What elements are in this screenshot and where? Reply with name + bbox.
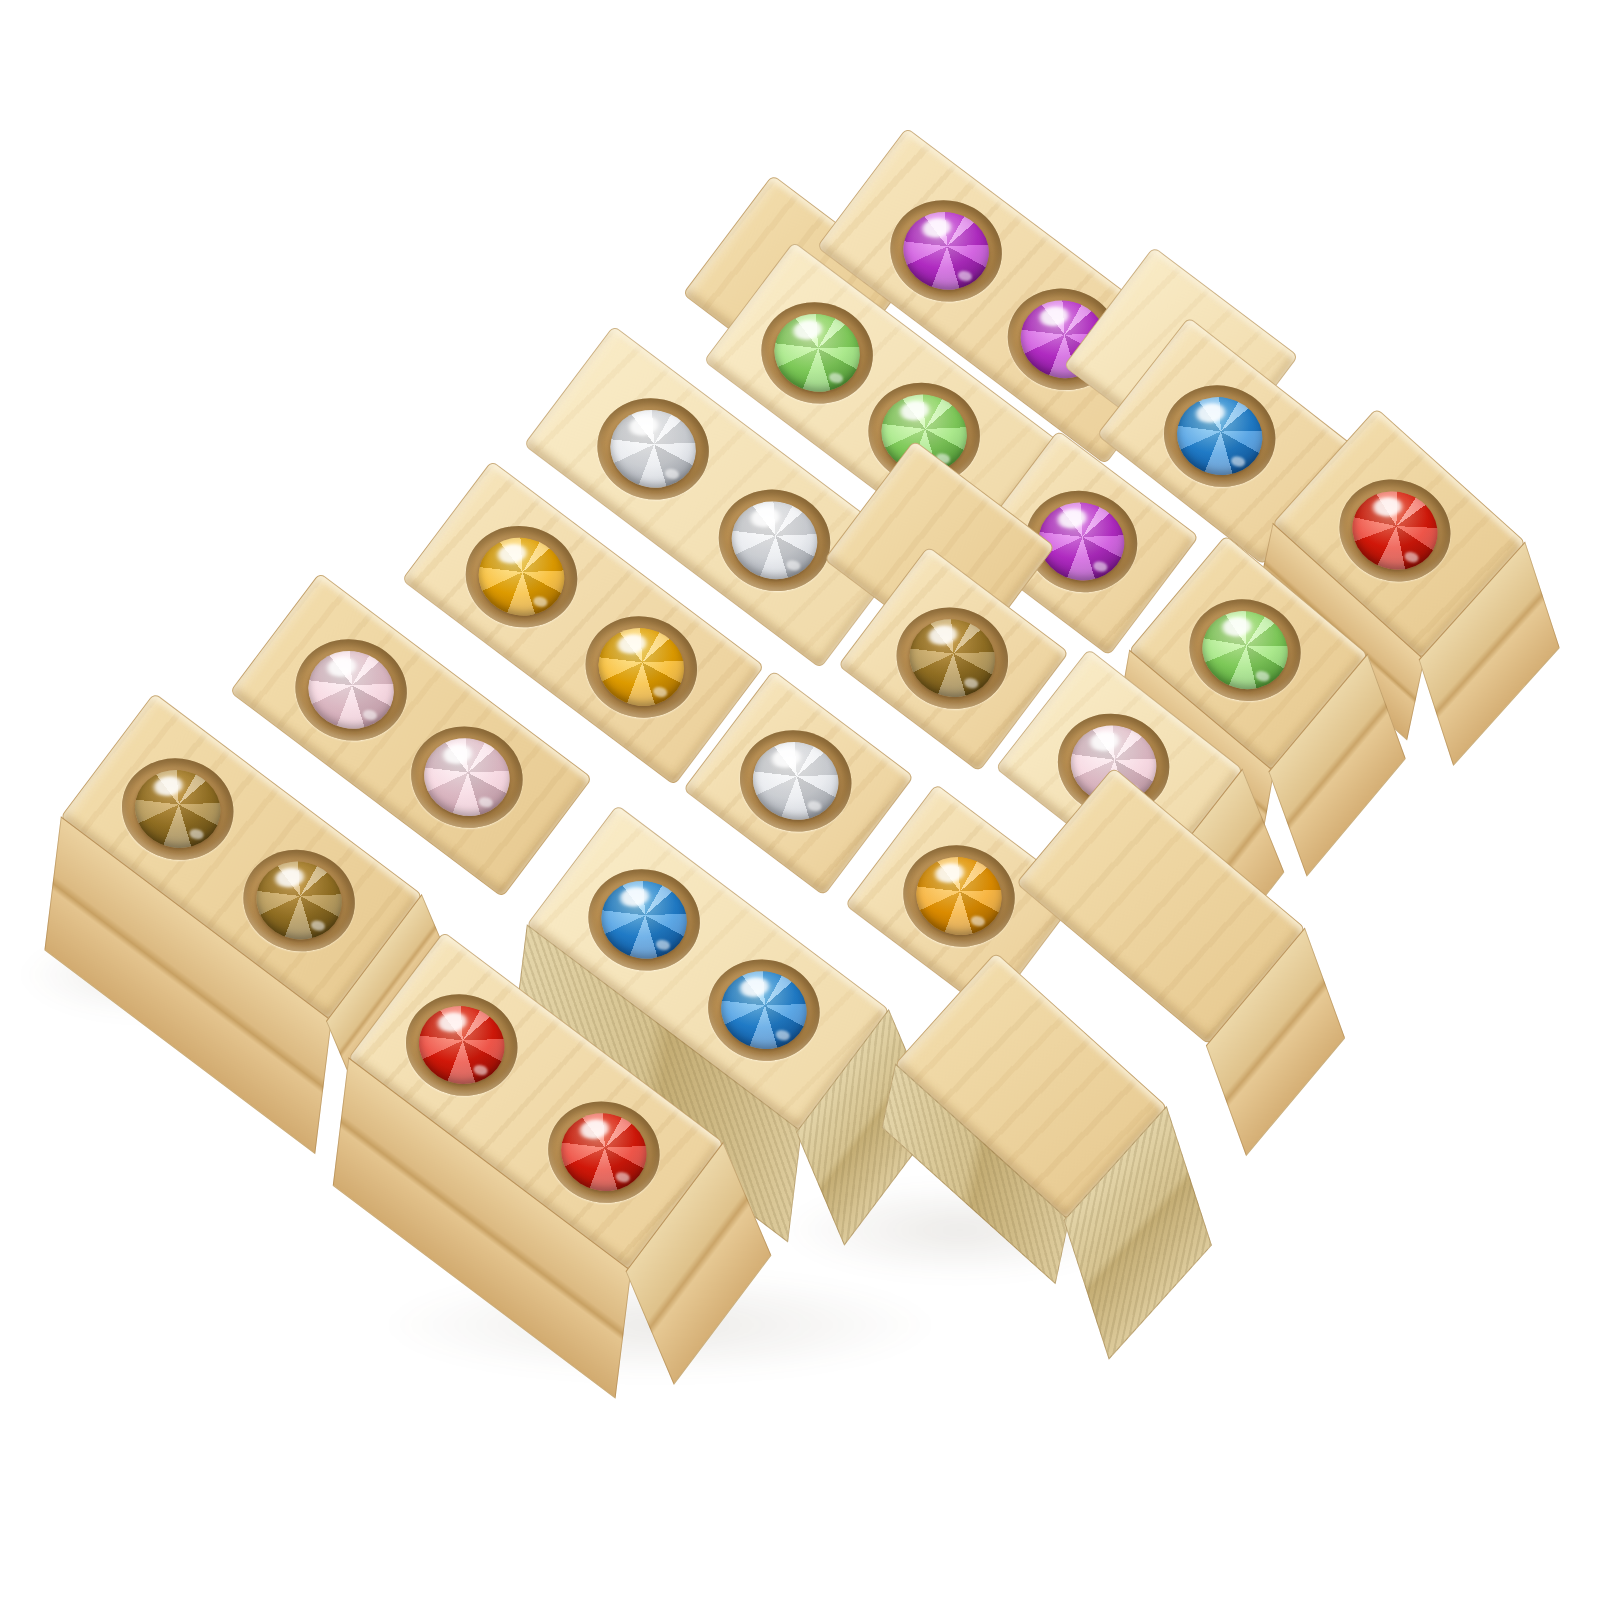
block-red-corner-end-face xyxy=(1419,541,1560,766)
filler-right-front-end-face xyxy=(1206,927,1345,1156)
gem-blue xyxy=(1169,388,1271,484)
blocks-scene xyxy=(0,0,1600,1600)
gem-amber xyxy=(127,760,228,855)
gem-white xyxy=(744,733,845,828)
gem-hole xyxy=(1326,464,1464,594)
gem-pink xyxy=(416,730,517,825)
gem-pink xyxy=(300,642,401,737)
gem-hole xyxy=(285,628,417,751)
gem-hole xyxy=(396,983,528,1106)
gem-hole xyxy=(1176,586,1311,714)
gem-hole xyxy=(729,719,861,842)
filler-front-end-end-face xyxy=(1064,1106,1212,1360)
gem-blue xyxy=(713,963,814,1058)
gem-hole xyxy=(401,715,533,838)
gem-blue xyxy=(594,872,695,967)
gem-amber xyxy=(248,852,349,947)
gem-red xyxy=(1342,480,1448,580)
gem-hole xyxy=(751,291,883,414)
gem-hole xyxy=(1153,374,1286,499)
gem-hole xyxy=(233,838,365,961)
gem-white xyxy=(724,493,825,588)
gem-green xyxy=(767,305,868,400)
gem-hole xyxy=(880,189,1012,312)
gem-purple xyxy=(895,203,996,298)
gem-hole xyxy=(886,596,1018,719)
product-photo xyxy=(0,0,1600,1600)
gem-hole xyxy=(698,948,830,1071)
gem-hole xyxy=(578,858,710,981)
gem-white xyxy=(603,401,704,496)
gem-amber xyxy=(901,610,1002,705)
gem-red xyxy=(411,998,512,1093)
gem-green xyxy=(1192,601,1296,699)
gem-hole xyxy=(111,746,243,869)
gem-hole xyxy=(575,605,707,728)
gem-hole xyxy=(587,387,719,510)
gem-hole xyxy=(456,515,588,638)
gem-gold xyxy=(471,529,572,624)
gem-hole xyxy=(893,834,1025,957)
gem-hole xyxy=(709,479,841,602)
gem-orange xyxy=(908,849,1009,944)
gem-gold xyxy=(591,620,692,715)
gem-hole xyxy=(538,1090,670,1213)
gem-red xyxy=(553,1105,654,1200)
